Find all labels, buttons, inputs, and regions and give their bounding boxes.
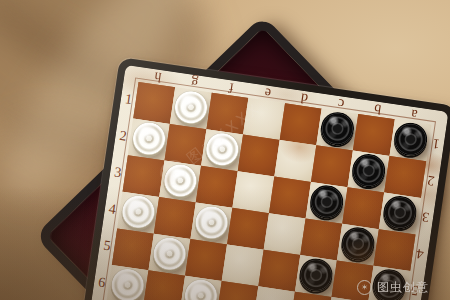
square-b5[interactable] [332, 260, 374, 300]
white-piece-h4[interactable] [120, 193, 157, 230]
square-b4[interactable] [337, 224, 379, 266]
square-h6[interactable] [107, 265, 149, 300]
photo-stage: hgfedcba1234567812345678 ✶ 图虫XXXX ✶ 图虫创意 [0, 0, 450, 300]
white-piece-g3[interactable] [162, 161, 199, 198]
white-piece-g1[interactable] [172, 88, 209, 125]
square-h5[interactable] [112, 228, 154, 270]
black-piece-c3[interactable] [308, 183, 345, 220]
square-e2[interactable] [238, 135, 280, 177]
square-c2[interactable] [311, 145, 353, 187]
square-e4[interactable] [227, 208, 269, 250]
white-piece-f2[interactable] [204, 130, 241, 167]
square-e3[interactable] [232, 171, 274, 213]
white-piece-h2[interactable] [130, 119, 167, 156]
square-f3[interactable] [196, 166, 238, 208]
black-piece-c5[interactable] [297, 256, 334, 293]
square-c4[interactable] [300, 218, 342, 260]
square-g6[interactable] [143, 270, 185, 300]
square-e5[interactable] [222, 244, 264, 286]
square-f1[interactable] [206, 93, 248, 135]
square-f4[interactable] [190, 202, 232, 244]
white-piece-h6[interactable] [109, 266, 146, 300]
black-piece-c1[interactable] [319, 109, 356, 146]
square-a3[interactable] [379, 193, 421, 235]
square-g5[interactable] [149, 234, 191, 276]
square-f2[interactable] [201, 129, 243, 171]
square-b2[interactable] [348, 151, 390, 193]
square-a4[interactable] [374, 229, 416, 271]
black-piece-a1[interactable] [392, 120, 429, 157]
square-g1[interactable] [170, 87, 212, 129]
square-h4[interactable] [117, 192, 159, 234]
square-d5[interactable] [258, 250, 300, 292]
square-h2[interactable] [128, 119, 170, 161]
square-a5[interactable] [368, 266, 410, 300]
square-a1[interactable] [390, 119, 432, 161]
square-d1[interactable] [280, 103, 322, 145]
black-piece-a3[interactable] [381, 193, 418, 230]
square-c5[interactable] [295, 255, 337, 297]
square-g4[interactable] [154, 197, 196, 239]
black-piece-a5[interactable] [371, 267, 408, 300]
square-d3[interactable] [269, 177, 311, 219]
white-piece-g5[interactable] [151, 235, 188, 272]
black-piece-b4[interactable] [339, 225, 376, 262]
square-d4[interactable] [264, 213, 306, 255]
travel-board: hgfedcba1234567812345678 [71, 57, 450, 300]
square-b1[interactable] [353, 114, 395, 156]
square-b3[interactable] [342, 187, 384, 229]
black-piece-b2[interactable] [350, 151, 387, 188]
square-g2[interactable] [165, 124, 207, 166]
square-c3[interactable] [306, 182, 348, 224]
white-piece-f6[interactable] [182, 276, 219, 300]
square-g3[interactable] [159, 161, 201, 203]
square-f6[interactable] [180, 276, 222, 300]
white-piece-f4[interactable] [193, 203, 230, 240]
square-h1[interactable] [133, 82, 175, 124]
square-a2[interactable] [384, 156, 426, 198]
square-e1[interactable] [243, 98, 285, 140]
square-f5[interactable] [185, 239, 227, 281]
square-c1[interactable] [316, 109, 358, 151]
square-h3[interactable] [123, 155, 165, 197]
square-d2[interactable] [274, 140, 316, 182]
